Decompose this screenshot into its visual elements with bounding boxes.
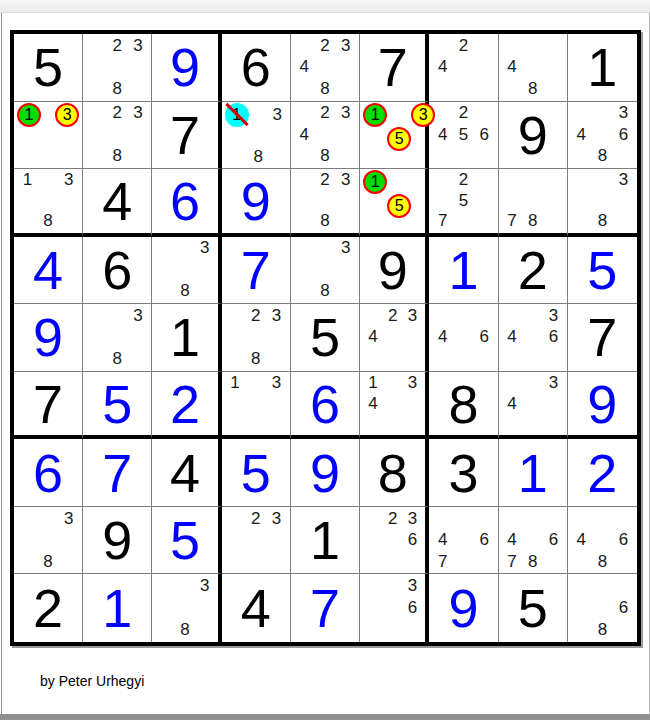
cell-r8c6[interactable]: 236 xyxy=(360,507,429,575)
cell-r2c2[interactable]: 238 xyxy=(83,102,152,170)
candidate-2[interactable]: 2 xyxy=(113,36,122,56)
candidate-slot-1: 1 xyxy=(363,103,387,127)
candidate-8[interactable]: 8 xyxy=(528,211,537,231)
candidate-3[interactable]: 3 xyxy=(273,105,282,125)
candidate-slot-1 xyxy=(363,305,383,327)
candidate-3[interactable]: 3 xyxy=(133,306,142,326)
cell-r9c8[interactable]: 5 xyxy=(499,574,568,642)
candidate-8[interactable]: 8 xyxy=(320,146,329,166)
candidate-4[interactable]: 4 xyxy=(438,327,447,347)
candidate-slot-3: 3 xyxy=(128,35,149,57)
cell-r5c3[interactable]: 1 xyxy=(152,304,221,372)
candidate-slot-9 xyxy=(335,281,356,303)
cell-r4c1[interactable]: 4 xyxy=(14,237,83,305)
candidate-slot-8: 8 xyxy=(592,146,613,168)
candidate-2[interactable]: 2 xyxy=(251,509,260,529)
candidate-7[interactable]: 7 xyxy=(507,211,516,231)
candidate-6[interactable]: 6 xyxy=(408,530,417,550)
candidate-slot-5 xyxy=(522,393,543,414)
candidate-3[interactable]: 3 xyxy=(408,306,417,326)
given-digit: 6 xyxy=(241,40,271,94)
candidate-slot-9 xyxy=(543,211,564,232)
cell-r4c4[interactable]: 7 xyxy=(222,237,291,305)
candidate-slot-8: 8 xyxy=(522,211,543,232)
candidate-slot-9 xyxy=(411,218,422,232)
candidate-4[interactable]: 4 xyxy=(368,327,377,347)
candidate-slot-2: 2 xyxy=(315,103,336,125)
candidate-2[interactable]: 2 xyxy=(251,306,260,326)
candidate-5[interactable]: 5 xyxy=(459,125,468,145)
candidate-6[interactable]: 6 xyxy=(549,327,558,347)
candidate-8[interactable]: 8 xyxy=(253,147,262,167)
candidate-slot-5 xyxy=(453,327,474,349)
candidate-grid: 2348 xyxy=(294,35,356,100)
candidate-slot-2 xyxy=(387,170,411,194)
candidate-slot-9 xyxy=(335,146,356,168)
cell-r8c9[interactable]: 468 xyxy=(568,507,637,575)
cell-r7c4[interactable]: 5 xyxy=(222,439,291,507)
cell-r1c7[interactable]: 24 xyxy=(429,34,498,102)
given-digit: 5 xyxy=(33,40,63,94)
candidate-slot-9 xyxy=(128,146,149,168)
candidate-slot-6: 6 xyxy=(474,124,495,146)
candidate-4[interactable]: 4 xyxy=(300,125,309,145)
candidate-8[interactable]: 8 xyxy=(113,349,122,369)
candidate-3[interactable]: 3 xyxy=(133,103,142,123)
cell-r5c9[interactable]: 7 xyxy=(568,304,637,372)
cell-r8c5[interactable]: 1 xyxy=(291,507,360,575)
candidate-4[interactable]: 4 xyxy=(438,125,447,145)
candidate-slot-2: 2 xyxy=(453,35,474,57)
candidate-4[interactable]: 4 xyxy=(577,125,586,145)
candidate-slot-5 xyxy=(383,529,403,551)
cell-r6c2[interactable]: 5 xyxy=(83,372,152,440)
candidate-1-cyan-slashed[interactable]: 1 xyxy=(225,103,249,127)
candidate-slot-8: 8 xyxy=(522,78,543,100)
candidate-3[interactable]: 3 xyxy=(619,103,628,123)
candidate-slot-9 xyxy=(613,211,634,232)
cell-r1c5[interactable]: 2348 xyxy=(291,34,360,102)
cell-r8c1[interactable]: 38 xyxy=(14,507,83,575)
candidate-slot-6: 6 xyxy=(474,327,495,349)
candidate-4[interactable]: 4 xyxy=(438,530,447,550)
candidate-slot-1 xyxy=(86,103,107,125)
cell-r9c2[interactable]: 1 xyxy=(83,574,152,642)
candidate-slot-7 xyxy=(432,78,453,100)
candidate-slot-8 xyxy=(383,348,403,370)
candidate-2[interactable]: 2 xyxy=(320,170,329,190)
cell-r3c7[interactable]: 257 xyxy=(429,169,498,237)
cell-r7c9[interactable]: 2 xyxy=(568,439,637,507)
candidate-slot-2 xyxy=(38,170,59,191)
cell-r1c1[interactable]: 5 xyxy=(14,34,83,102)
candidate-slot-9 xyxy=(613,146,634,168)
candidate-slot-9 xyxy=(474,211,495,232)
given-digit: 9 xyxy=(102,513,132,567)
cell-r5c4[interactable]: 238 xyxy=(222,304,291,372)
candidate-slot-1 xyxy=(571,103,592,125)
candidate-2[interactable]: 2 xyxy=(320,36,329,56)
candidate-slot-7 xyxy=(571,551,592,573)
candidate-1[interactable]: 1 xyxy=(368,373,377,393)
cell-r3c9[interactable]: 38 xyxy=(568,169,637,237)
cell-r2c4[interactable]: 138 xyxy=(222,102,291,170)
candidate-slot-5 xyxy=(107,327,128,349)
cell-r8c4[interactable]: 23 xyxy=(222,507,291,575)
candidate-slot-2: 2 xyxy=(107,103,128,125)
candidate-4[interactable]: 4 xyxy=(300,57,309,77)
candidate-7[interactable]: 7 xyxy=(438,211,447,231)
cell-r1c8[interactable]: 48 xyxy=(499,34,568,102)
cell-r8c8[interactable]: 4678 xyxy=(499,507,568,575)
candidate-slot-8 xyxy=(453,211,474,232)
cell-r2c9[interactable]: 3468 xyxy=(568,102,637,170)
candidate-slot-2: 2 xyxy=(453,103,474,125)
candidate-2[interactable]: 2 xyxy=(320,103,329,123)
candidate-slot-2: 2 xyxy=(383,508,403,530)
cell-r9c4[interactable]: 4 xyxy=(222,574,291,642)
candidate-grid: 467 xyxy=(432,508,494,573)
candidate-slot-5 xyxy=(383,393,403,414)
candidate-2[interactable]: 2 xyxy=(459,103,468,123)
candidate-slot-4 xyxy=(17,191,38,212)
candidate-3[interactable]: 3 xyxy=(272,373,281,393)
candidate-slot-9 xyxy=(613,551,634,573)
cell-r2c5[interactable]: 2348 xyxy=(291,102,360,170)
cell-r6c5[interactable]: 6 xyxy=(291,372,360,440)
candidate-slot-6 xyxy=(474,57,495,79)
cell-r6c6[interactable]: 134 xyxy=(360,372,429,440)
cell-r2c1[interactable]: 13 xyxy=(14,102,83,170)
candidate-slot-8: 8 xyxy=(107,78,128,100)
candidate-slot-5 xyxy=(453,529,474,551)
candidate-slot-2: 2 xyxy=(107,35,128,57)
candidate-1-green-circle[interactable]: 1 xyxy=(17,103,41,127)
candidate-slot-3: 3 xyxy=(543,305,564,327)
candidate-3[interactable]: 3 xyxy=(549,306,558,326)
candidate-4[interactable]: 4 xyxy=(577,530,586,550)
candidate-slot-9 xyxy=(266,348,287,370)
solved-digit: 9 xyxy=(170,40,200,94)
candidate-slot-2 xyxy=(592,103,613,125)
candidate-8[interactable]: 8 xyxy=(598,620,607,640)
candidate-slot-4: 4 xyxy=(294,124,315,146)
cell-r3c8[interactable]: 78 xyxy=(499,169,568,237)
candidate-8[interactable]: 8 xyxy=(598,146,607,166)
candidate-slot-9 xyxy=(58,551,79,573)
candidate-6[interactable]: 6 xyxy=(408,598,417,618)
sudoku-board[interactable]: 5238962348724481132387138234813524569346… xyxy=(10,30,641,646)
candidate-slot-1: 1 xyxy=(17,103,41,127)
candidate-8[interactable]: 8 xyxy=(320,211,329,231)
candidate-8[interactable]: 8 xyxy=(180,281,189,301)
candidate-slot-8 xyxy=(387,218,411,232)
cell-r9c6[interactable]: 36 xyxy=(360,574,429,642)
candidate-slot-2 xyxy=(522,373,543,394)
cell-r1c6[interactable]: 7 xyxy=(360,34,429,102)
candidate-slot-5 xyxy=(315,191,336,212)
cell-r3c1[interactable]: 138 xyxy=(14,169,83,237)
cell-r2c3[interactable]: 7 xyxy=(152,102,221,170)
candidate-8[interactable]: 8 xyxy=(43,211,52,231)
given-digit: 6 xyxy=(102,243,132,297)
candidate-slot-7 xyxy=(571,211,592,232)
candidate-grid: 38 xyxy=(17,508,79,573)
cell-r6c7[interactable]: 8 xyxy=(429,372,498,440)
cell-r8c7[interactable]: 467 xyxy=(429,507,498,575)
cell-r3c2[interactable]: 4 xyxy=(83,169,152,237)
cell-r3c6[interactable]: 15 xyxy=(360,169,429,237)
candidate-slot-2 xyxy=(41,103,55,127)
cell-r2c7[interactable]: 2456 xyxy=(429,102,498,170)
candidate-6[interactable]: 6 xyxy=(549,530,558,550)
cell-r5c1[interactable]: 9 xyxy=(14,304,83,372)
candidate-slot-4: 4 xyxy=(571,124,592,146)
cell-r4c8[interactable]: 2 xyxy=(499,237,568,305)
cell-r5c5[interactable]: 5 xyxy=(291,304,360,372)
candidate-3[interactable]: 3 xyxy=(341,103,350,123)
candidate-slot-8: 8 xyxy=(315,281,336,303)
candidate-3[interactable]: 3 xyxy=(341,238,350,258)
candidate-5[interactable]: 5 xyxy=(459,191,468,211)
cell-r4c5[interactable]: 38 xyxy=(291,237,360,305)
cell-r9c9[interactable]: 68 xyxy=(568,574,637,642)
candidate-slot-3: 3 xyxy=(613,170,634,191)
candidate-8[interactable]: 8 xyxy=(598,211,607,231)
candidate-3[interactable]: 3 xyxy=(64,509,73,529)
solved-digit: 2 xyxy=(170,377,200,431)
candidate-slot-3: 3 xyxy=(335,238,356,260)
cell-r7c8[interactable]: 1 xyxy=(499,439,568,507)
candidate-3[interactable]: 3 xyxy=(549,373,558,393)
candidate-slot-6 xyxy=(474,191,495,212)
cell-r5c6[interactable]: 234 xyxy=(360,304,429,372)
candidate-7[interactable]: 7 xyxy=(438,552,447,572)
candidate-grid: 135 xyxy=(363,103,422,168)
candidate-2[interactable]: 2 xyxy=(459,170,468,190)
candidate-slot-3 xyxy=(543,35,564,57)
candidate-7[interactable]: 7 xyxy=(507,552,516,572)
candidate-slot-2 xyxy=(107,305,128,327)
cell-r1c9[interactable]: 1 xyxy=(568,34,637,102)
candidate-slot-5 xyxy=(592,191,613,212)
candidate-8[interactable]: 8 xyxy=(113,79,122,99)
cell-r9c7[interactable]: 9 xyxy=(429,574,498,642)
candidate-8[interactable]: 8 xyxy=(320,281,329,301)
candidate-grid: 257 xyxy=(432,170,494,232)
cell-r5c8[interactable]: 346 xyxy=(499,304,568,372)
candidate-2[interactable]: 2 xyxy=(113,103,122,123)
given-digit: 2 xyxy=(33,581,63,635)
candidate-slot-1 xyxy=(294,103,315,125)
candidate-slot-8 xyxy=(41,147,55,167)
cell-r7c5[interactable]: 9 xyxy=(291,439,360,507)
candidate-3[interactable]: 3 xyxy=(133,36,142,56)
candidate-3[interactable]: 3 xyxy=(200,238,209,258)
cell-r6c3[interactable]: 2 xyxy=(152,372,221,440)
candidate-slot-3: 3 xyxy=(543,373,564,394)
candidate-8[interactable]: 8 xyxy=(528,552,537,572)
candidate-slot-5 xyxy=(38,529,59,551)
candidate-grid: 15 xyxy=(363,170,422,232)
candidate-slot-4 xyxy=(225,529,246,551)
candidate-slot-6: 6 xyxy=(403,597,423,619)
cell-r7c6[interactable]: 8 xyxy=(360,439,429,507)
candidate-slot-3 xyxy=(474,305,495,327)
candidate-slot-9 xyxy=(266,551,287,573)
cell-r9c1[interactable]: 2 xyxy=(14,574,83,642)
candidate-3[interactable]: 3 xyxy=(272,306,281,326)
cell-r6c4[interactable]: 13 xyxy=(222,372,291,440)
candidate-slot-8 xyxy=(383,551,403,573)
candidate-3[interactable]: 3 xyxy=(408,509,417,529)
cell-r4c3[interactable]: 38 xyxy=(152,237,221,305)
cell-r5c2[interactable]: 38 xyxy=(83,304,152,372)
cell-r7c7[interactable]: 3 xyxy=(429,439,498,507)
candidate-slot-6 xyxy=(543,393,564,414)
cell-r9c3[interactable]: 38 xyxy=(152,574,221,642)
cell-r4c2[interactable]: 6 xyxy=(83,237,152,305)
given-digit: 5 xyxy=(310,310,340,364)
candidate-3[interactable]: 3 xyxy=(272,509,281,529)
candidate-slot-9 xyxy=(403,619,423,641)
cell-r4c6[interactable]: 9 xyxy=(360,237,429,305)
cell-r8c2[interactable]: 9 xyxy=(83,507,152,575)
candidate-slot-5 xyxy=(592,529,613,551)
solved-digit: 2 xyxy=(587,446,617,500)
candidate-4[interactable]: 4 xyxy=(438,57,447,77)
cell-r1c4[interactable]: 6 xyxy=(222,34,291,102)
candidate-6[interactable]: 6 xyxy=(479,327,488,347)
candidate-slot-3: 3 xyxy=(613,103,634,125)
candidate-3[interactable]: 3 xyxy=(341,36,350,56)
cell-r2c8[interactable]: 9 xyxy=(499,102,568,170)
candidate-slot-7 xyxy=(155,619,175,641)
candidate-5-yellow-circle[interactable]: 5 xyxy=(387,127,411,151)
solved-digit: 6 xyxy=(170,174,200,228)
candidate-slot-8: 8 xyxy=(249,147,268,167)
candidate-3[interactable]: 3 xyxy=(341,170,350,190)
candidate-6[interactable]: 6 xyxy=(619,125,628,145)
cell-r4c9[interactable]: 5 xyxy=(568,237,637,305)
cell-r2c6[interactable]: 135 xyxy=(360,102,429,170)
candidate-slot-7: 7 xyxy=(432,551,453,573)
candidate-4[interactable]: 4 xyxy=(507,530,516,550)
cell-r5c7[interactable]: 46 xyxy=(429,304,498,372)
candidate-slot-1 xyxy=(432,170,453,191)
candidate-1[interactable]: 1 xyxy=(23,170,32,190)
candidate-4[interactable]: 4 xyxy=(507,57,516,77)
candidate-slot-7 xyxy=(17,211,38,232)
candidate-slot-8: 8 xyxy=(107,348,128,370)
candidate-slot-7 xyxy=(432,146,453,168)
cell-r9c5[interactable]: 7 xyxy=(291,574,360,642)
candidate-8[interactable]: 8 xyxy=(320,79,329,99)
candidate-3[interactable]: 3 xyxy=(200,576,209,596)
cell-r8c3[interactable]: 5 xyxy=(152,507,221,575)
candidate-slot-3: 3 xyxy=(403,373,423,394)
cell-r1c2[interactable]: 238 xyxy=(83,34,152,102)
candidate-6[interactable]: 6 xyxy=(619,598,628,618)
candidate-slot-4: 4 xyxy=(294,57,315,79)
candidate-3-yellow-circle[interactable]: 3 xyxy=(55,103,79,127)
candidate-slot-3: 3 xyxy=(266,373,287,394)
candidate-slot-1 xyxy=(363,508,383,530)
candidate-slot-5 xyxy=(245,327,266,349)
candidate-slot-9 xyxy=(335,211,356,232)
candidate-slot-9 xyxy=(403,551,423,573)
solved-digit: 7 xyxy=(102,446,132,500)
given-digit: 8 xyxy=(448,377,478,431)
candidate-1-green-circle[interactable]: 1 xyxy=(363,103,387,127)
cell-r1c3[interactable]: 9 xyxy=(152,34,221,102)
candidate-3[interactable]: 3 xyxy=(64,170,73,190)
cell-r6c9[interactable]: 9 xyxy=(568,372,637,440)
cell-r3c3[interactable]: 6 xyxy=(152,169,221,237)
candidate-slot-2 xyxy=(175,238,195,260)
cell-r3c5[interactable]: 238 xyxy=(291,169,360,237)
candidate-6[interactable]: 6 xyxy=(619,530,628,550)
candidate-2[interactable]: 2 xyxy=(388,306,397,326)
candidate-slot-3: 3 xyxy=(58,170,79,191)
given-digit: 8 xyxy=(378,446,408,500)
candidate-slot-4: 4 xyxy=(432,529,453,551)
candidate-2[interactable]: 2 xyxy=(388,509,397,529)
candidate-slot-8: 8 xyxy=(107,146,128,168)
candidate-slot-3: 3 xyxy=(128,103,149,125)
cell-r7c3[interactable]: 4 xyxy=(152,439,221,507)
candidate-3[interactable]: 3 xyxy=(408,373,417,393)
candidate-1[interactable]: 1 xyxy=(230,373,239,393)
candidate-slot-1 xyxy=(502,170,523,191)
candidate-8[interactable]: 8 xyxy=(43,552,52,572)
window-border-left xyxy=(1,13,2,714)
candidate-slot-9 xyxy=(268,147,287,167)
candidate-5-yellow-circle[interactable]: 5 xyxy=(387,194,411,218)
cell-r3c4[interactable]: 9 xyxy=(222,169,291,237)
candidate-slot-5 xyxy=(453,57,474,79)
given-digit: 2 xyxy=(518,243,548,297)
candidate-8[interactable]: 8 xyxy=(113,146,122,166)
candidate-6[interactable]: 6 xyxy=(479,530,488,550)
candidate-slot-3: 3 xyxy=(403,305,423,327)
cell-r7c2[interactable]: 7 xyxy=(83,439,152,507)
cell-r6c1[interactable]: 7 xyxy=(14,372,83,440)
candidate-4[interactable]: 4 xyxy=(368,394,377,414)
solved-digit: 1 xyxy=(448,243,478,297)
candidate-slot-1 xyxy=(363,575,383,597)
solved-digit: 5 xyxy=(587,243,617,297)
candidate-slot-7 xyxy=(571,146,592,168)
cell-r7c1[interactable]: 6 xyxy=(14,439,83,507)
candidate-8[interactable]: 8 xyxy=(528,79,537,99)
candidate-3[interactable]: 3 xyxy=(408,576,417,596)
cell-r4c7[interactable]: 1 xyxy=(429,237,498,305)
cell-r6c8[interactable]: 34 xyxy=(499,372,568,440)
candidate-1-green-circle[interactable]: 1 xyxy=(363,170,387,194)
candidate-3[interactable]: 3 xyxy=(619,170,628,190)
candidate-6[interactable]: 6 xyxy=(479,125,488,145)
candidate-4[interactable]: 4 xyxy=(507,327,516,347)
candidate-slot-9 xyxy=(195,619,215,641)
candidate-8[interactable]: 8 xyxy=(251,349,260,369)
candidate-2[interactable]: 2 xyxy=(459,36,468,56)
candidate-slot-6 xyxy=(613,191,634,212)
candidate-4[interactable]: 4 xyxy=(507,394,516,414)
candidate-8[interactable]: 8 xyxy=(598,552,607,572)
candidate-8[interactable]: 8 xyxy=(180,620,189,640)
solved-digit: 6 xyxy=(33,446,63,500)
